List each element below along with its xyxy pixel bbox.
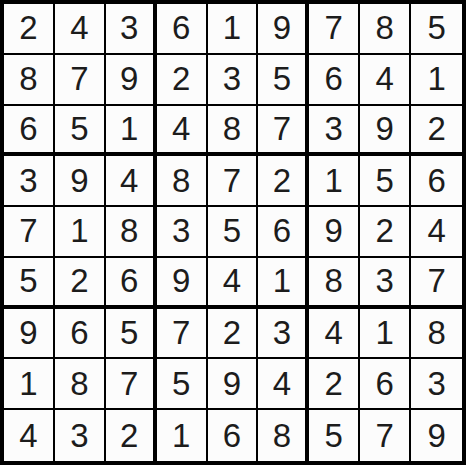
sudoku-cell-r4c2[interactable]: 9 — [55, 156, 106, 207]
sudoku-cell-r5c5[interactable]: 5 — [208, 207, 259, 258]
sudoku-cell-r9c5[interactable]: 6 — [208, 410, 259, 461]
sudoku-cell-r1c5[interactable]: 1 — [208, 4, 259, 55]
sudoku-cell-r3c8[interactable]: 9 — [360, 106, 411, 157]
sudoku-cell-r9c1[interactable]: 4 — [4, 410, 55, 461]
sudoku-cell-r9c9[interactable]: 9 — [411, 410, 462, 461]
sudoku-cell-r2c9[interactable]: 1 — [411, 55, 462, 106]
sudoku-cell-r3c7[interactable]: 3 — [309, 106, 360, 157]
sudoku-cell-r2c2[interactable]: 7 — [55, 55, 106, 106]
sudoku-cell-r8c4[interactable]: 5 — [157, 359, 208, 410]
sudoku-cell-r1c1[interactable]: 2 — [4, 4, 55, 55]
sudoku-cell-r8c5[interactable]: 9 — [208, 359, 259, 410]
sudoku-cell-r8c7[interactable]: 2 — [309, 359, 360, 410]
sudoku-cell-r3c3[interactable]: 1 — [106, 106, 157, 157]
sudoku-cell-r8c9[interactable]: 3 — [411, 359, 462, 410]
sudoku-cell-r6c5[interactable]: 4 — [208, 258, 259, 309]
sudoku-cell-r9c2[interactable]: 3 — [55, 410, 106, 461]
sudoku-cell-r7c2[interactable]: 6 — [55, 309, 106, 360]
sudoku-cell-r4c3[interactable]: 4 — [106, 156, 157, 207]
sudoku-cell-r6c2[interactable]: 2 — [55, 258, 106, 309]
sudoku-cell-r8c6[interactable]: 4 — [258, 359, 309, 410]
sudoku-cell-r1c3[interactable]: 3 — [106, 4, 157, 55]
sudoku-cell-r7c7[interactable]: 4 — [309, 309, 360, 360]
sudoku-cell-r5c7[interactable]: 9 — [309, 207, 360, 258]
sudoku-cell-r6c1[interactable]: 5 — [4, 258, 55, 309]
sudoku-cell-r5c4[interactable]: 3 — [157, 207, 208, 258]
sudoku-cell-r8c1[interactable]: 1 — [4, 359, 55, 410]
sudoku-cell-r6c6[interactable]: 1 — [258, 258, 309, 309]
sudoku-cell-r6c8[interactable]: 3 — [360, 258, 411, 309]
sudoku-cell-r1c6[interactable]: 9 — [258, 4, 309, 55]
sudoku-cell-r2c5[interactable]: 3 — [208, 55, 259, 106]
sudoku-cell-r9c8[interactable]: 7 — [360, 410, 411, 461]
sudoku-cell-r4c5[interactable]: 7 — [208, 156, 259, 207]
sudoku-cell-r5c1[interactable]: 7 — [4, 207, 55, 258]
sudoku-cell-r1c4[interactable]: 6 — [157, 4, 208, 55]
sudoku-cell-r2c3[interactable]: 9 — [106, 55, 157, 106]
sudoku-cell-r3c2[interactable]: 5 — [55, 106, 106, 157]
sudoku-cell-r2c7[interactable]: 6 — [309, 55, 360, 106]
sudoku-cell-r7c5[interactable]: 2 — [208, 309, 259, 360]
sudoku-cell-r9c6[interactable]: 8 — [258, 410, 309, 461]
sudoku-cell-r7c3[interactable]: 5 — [106, 309, 157, 360]
sudoku-cell-r4c1[interactable]: 3 — [4, 156, 55, 207]
sudoku-cell-r4c8[interactable]: 5 — [360, 156, 411, 207]
sudoku-cell-r5c6[interactable]: 6 — [258, 207, 309, 258]
sudoku-cell-r1c2[interactable]: 4 — [55, 4, 106, 55]
sudoku-cell-r1c9[interactable]: 5 — [411, 4, 462, 55]
sudoku-cell-r5c9[interactable]: 4 — [411, 207, 462, 258]
sudoku-cell-r9c4[interactable]: 1 — [157, 410, 208, 461]
sudoku-cell-r3c9[interactable]: 2 — [411, 106, 462, 157]
sudoku-cell-r7c8[interactable]: 1 — [360, 309, 411, 360]
sudoku-cell-r3c4[interactable]: 4 — [157, 106, 208, 157]
sudoku-cell-r5c8[interactable]: 2 — [360, 207, 411, 258]
sudoku-cell-r5c2[interactable]: 1 — [55, 207, 106, 258]
sudoku-cell-r1c7[interactable]: 7 — [309, 4, 360, 55]
sudoku-cell-r9c7[interactable]: 5 — [309, 410, 360, 461]
sudoku-cell-r3c6[interactable]: 7 — [258, 106, 309, 157]
sudoku-cell-r4c4[interactable]: 8 — [157, 156, 208, 207]
sudoku-cell-r6c7[interactable]: 8 — [309, 258, 360, 309]
sudoku-cell-r9c3[interactable]: 2 — [106, 410, 157, 461]
sudoku-cell-r7c4[interactable]: 7 — [157, 309, 208, 360]
sudoku-board: 2436197858792356416514873923948721567183… — [0, 0, 466, 465]
sudoku-cell-r2c4[interactable]: 2 — [157, 55, 208, 106]
sudoku-cell-r6c9[interactable]: 7 — [411, 258, 462, 309]
sudoku-cell-r4c9[interactable]: 6 — [411, 156, 462, 207]
sudoku-cell-r2c6[interactable]: 5 — [258, 55, 309, 106]
sudoku-cell-r8c3[interactable]: 7 — [106, 359, 157, 410]
sudoku-cell-r4c7[interactable]: 1 — [309, 156, 360, 207]
sudoku-cell-r2c1[interactable]: 8 — [4, 55, 55, 106]
sudoku-cell-r3c5[interactable]: 8 — [208, 106, 259, 157]
sudoku-cell-r7c9[interactable]: 8 — [411, 309, 462, 360]
sudoku-cell-r4c6[interactable]: 2 — [258, 156, 309, 207]
sudoku-cell-r7c1[interactable]: 9 — [4, 309, 55, 360]
sudoku-cell-r3c1[interactable]: 6 — [4, 106, 55, 157]
sudoku-cell-r6c4[interactable]: 9 — [157, 258, 208, 309]
sudoku-cell-r8c2[interactable]: 8 — [55, 359, 106, 410]
sudoku-cell-r6c3[interactable]: 6 — [106, 258, 157, 309]
sudoku-cell-r1c8[interactable]: 8 — [360, 4, 411, 55]
sudoku-cell-r7c6[interactable]: 3 — [258, 309, 309, 360]
sudoku-cell-r5c3[interactable]: 8 — [106, 207, 157, 258]
sudoku-cell-r2c8[interactable]: 4 — [360, 55, 411, 106]
sudoku-cell-r8c8[interactable]: 6 — [360, 359, 411, 410]
